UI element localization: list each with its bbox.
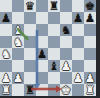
square-c5[interactable] <box>24 36 36 48</box>
square-g5[interactable] <box>72 36 84 48</box>
square-c3[interactable] <box>24 60 36 72</box>
piece-white-king[interactable]: ♚ <box>61 84 71 96</box>
square-c1[interactable]: ♜ <box>24 84 36 96</box>
piece-white-rook[interactable]: ♜ <box>85 84 95 96</box>
square-d7[interactable] <box>36 12 48 24</box>
square-h7[interactable]: ♟ <box>84 12 96 24</box>
square-d3[interactable] <box>36 60 48 72</box>
square-b2[interactable]: ♟ <box>12 72 24 84</box>
chess-board[interactable]: ♛♜♚♟♟♟♝♞♞♞♟♝♟♟♟♟♟♜♜♚♜ <box>0 0 96 96</box>
piece-white-pawn[interactable]: ♟ <box>73 72 83 84</box>
square-g6[interactable] <box>72 24 84 36</box>
square-h6[interactable] <box>84 24 96 36</box>
square-f6[interactable]: ♞ <box>60 24 72 36</box>
square-a6[interactable] <box>0 24 12 36</box>
piece-white-pawn[interactable]: ♟ <box>61 60 71 72</box>
piece-black-pawn[interactable]: ♟ <box>37 48 47 60</box>
square-f1[interactable]: ♚ <box>60 84 72 96</box>
square-c6[interactable] <box>24 24 36 36</box>
square-b4[interactable] <box>12 48 24 60</box>
square-b5[interactable]: ♞ <box>12 36 24 48</box>
square-c8[interactable]: ♛ <box>24 0 36 12</box>
square-c4[interactable] <box>24 48 36 60</box>
square-b1[interactable] <box>12 84 24 96</box>
piece-white-rook[interactable]: ♜ <box>1 84 11 96</box>
square-g7[interactable]: ♟ <box>72 12 84 24</box>
square-b8[interactable] <box>12 0 24 12</box>
square-a4[interactable]: ♞ <box>0 48 12 60</box>
square-g2[interactable]: ♟ <box>72 72 84 84</box>
piece-black-queen[interactable]: ♛ <box>25 0 35 12</box>
square-e8[interactable]: ♜ <box>48 0 60 12</box>
square-f8[interactable] <box>60 0 72 12</box>
piece-black-pawn[interactable]: ♟ <box>1 12 11 24</box>
square-e7[interactable] <box>48 12 60 24</box>
square-g1[interactable] <box>72 84 84 96</box>
square-f3[interactable]: ♟ <box>60 60 72 72</box>
chess-gui-screenshot: ♛♜♚♟♟♟♝♞♞♞♟♝♟♟♟♟♟♜♜♚♜ <box>0 0 100 98</box>
square-h4[interactable] <box>84 48 96 60</box>
square-g4[interactable] <box>72 48 84 60</box>
piece-black-rook[interactable]: ♜ <box>49 0 59 12</box>
board-frame-bottom <box>0 96 100 98</box>
piece-black-pawn[interactable]: ♟ <box>73 12 83 24</box>
piece-black-rook[interactable]: ♜ <box>25 84 35 96</box>
piece-black-knight[interactable]: ♞ <box>61 24 71 36</box>
square-a7[interactable]: ♟ <box>0 12 12 24</box>
piece-white-knight[interactable]: ♞ <box>1 48 11 60</box>
square-e3[interactable]: ♝ <box>48 60 60 72</box>
piece-black-pawn[interactable]: ♟ <box>85 12 95 24</box>
square-d8[interactable] <box>36 0 48 12</box>
square-a1[interactable]: ♜ <box>0 84 12 96</box>
square-e1[interactable] <box>48 84 60 96</box>
piece-white-knight[interactable]: ♞ <box>13 36 23 48</box>
square-h1[interactable]: ♜ <box>84 84 96 96</box>
piece-black-bishop[interactable]: ♝ <box>49 60 59 72</box>
square-d4[interactable]: ♟ <box>36 48 48 60</box>
square-e2[interactable] <box>48 72 60 84</box>
piece-white-pawn[interactable]: ♟ <box>13 72 23 84</box>
square-e5[interactable] <box>48 36 60 48</box>
square-e6[interactable] <box>48 24 60 36</box>
square-d6[interactable] <box>36 24 48 36</box>
square-h5[interactable] <box>84 36 96 48</box>
square-d1[interactable] <box>36 84 48 96</box>
square-f5[interactable] <box>60 36 72 48</box>
square-c7[interactable] <box>24 12 36 24</box>
square-d2[interactable] <box>36 72 48 84</box>
board-frame-right <box>96 0 100 98</box>
